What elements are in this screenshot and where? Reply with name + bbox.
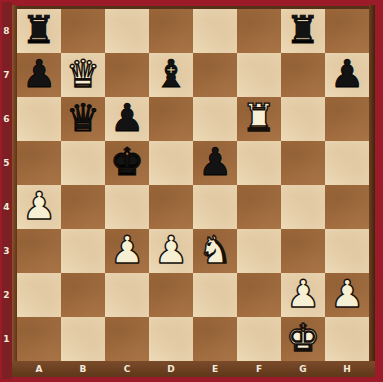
square-g1[interactable]: ♚ <box>281 317 325 361</box>
board-frame-right <box>369 5 375 377</box>
square-b4[interactable] <box>61 185 105 229</box>
square-h4[interactable] <box>325 185 369 229</box>
square-a3[interactable] <box>17 229 61 273</box>
square-f3[interactable] <box>237 229 281 273</box>
square-c2[interactable] <box>105 273 149 317</box>
piece-white-pawn: ♟ <box>330 275 364 313</box>
square-f6[interactable]: ♜ <box>237 97 281 141</box>
square-g3[interactable] <box>281 229 325 273</box>
square-f8[interactable] <box>237 9 281 53</box>
piece-black-queen: ♛ <box>66 99 100 137</box>
square-h2[interactable]: ♟ <box>325 273 369 317</box>
piece-black-rook: ♜ <box>22 11 56 49</box>
square-h3[interactable] <box>325 229 369 273</box>
piece-black-pawn: ♟ <box>330 55 364 93</box>
rank-label-6: 6 <box>0 97 13 141</box>
square-e3[interactable]: ♞ <box>193 229 237 273</box>
board-frame-top <box>12 6 375 9</box>
chess-diagram: 87654321 ♜♜♟♛♝♟♛♟♜♚♟♟♟♟♞♟♟♚ ABCDEFGH <box>0 0 383 382</box>
square-d7[interactable]: ♝ <box>149 53 193 97</box>
square-a6[interactable] <box>17 97 61 141</box>
file-label-f: F <box>237 361 281 377</box>
piece-black-pawn: ♟ <box>22 55 56 93</box>
file-label-g: G <box>281 361 325 377</box>
rank-label-4: 4 <box>0 185 13 229</box>
square-e5[interactable]: ♟ <box>193 141 237 185</box>
square-a2[interactable] <box>17 273 61 317</box>
square-c6[interactable]: ♟ <box>105 97 149 141</box>
file-label-e: E <box>193 361 237 377</box>
rank-label-3: 3 <box>0 229 13 273</box>
square-e6[interactable] <box>193 97 237 141</box>
square-b5[interactable] <box>61 141 105 185</box>
file-label-h: H <box>325 361 369 377</box>
square-e7[interactable] <box>193 53 237 97</box>
square-c5[interactable]: ♚ <box>105 141 149 185</box>
square-e1[interactable] <box>193 317 237 361</box>
file-label-c: C <box>105 361 149 377</box>
square-d8[interactable] <box>149 9 193 53</box>
file-label-a: A <box>17 361 61 377</box>
piece-white-rook: ♜ <box>242 99 276 137</box>
piece-black-pawn: ♟ <box>110 99 144 137</box>
square-a1[interactable] <box>17 317 61 361</box>
square-c3[interactable]: ♟ <box>105 229 149 273</box>
file-labels: ABCDEFGH <box>12 361 375 377</box>
square-h6[interactable] <box>325 97 369 141</box>
square-b2[interactable] <box>61 273 105 317</box>
square-f4[interactable] <box>237 185 281 229</box>
square-h7[interactable]: ♟ <box>325 53 369 97</box>
piece-white-pawn: ♟ <box>22 187 56 225</box>
square-g2[interactable]: ♟ <box>281 273 325 317</box>
piece-black-pawn: ♟ <box>198 143 232 181</box>
square-a5[interactable] <box>17 141 61 185</box>
square-f5[interactable] <box>237 141 281 185</box>
piece-white-pawn: ♟ <box>286 275 320 313</box>
square-b1[interactable] <box>61 317 105 361</box>
square-h5[interactable] <box>325 141 369 185</box>
piece-white-pawn: ♟ <box>154 231 188 269</box>
rank-label-7: 7 <box>0 53 13 97</box>
piece-black-rook: ♜ <box>286 11 320 49</box>
square-f2[interactable] <box>237 273 281 317</box>
square-a4[interactable]: ♟ <box>17 185 61 229</box>
square-b8[interactable] <box>61 9 105 53</box>
chess-board[interactable]: ♜♜♟♛♝♟♛♟♜♚♟♟♟♟♞♟♟♚ <box>17 9 369 361</box>
rank-label-8: 8 <box>0 9 13 53</box>
file-label-b: B <box>61 361 105 377</box>
square-f1[interactable] <box>237 317 281 361</box>
square-g8[interactable]: ♜ <box>281 9 325 53</box>
square-f7[interactable] <box>237 53 281 97</box>
square-g4[interactable] <box>281 185 325 229</box>
square-e2[interactable] <box>193 273 237 317</box>
square-d3[interactable]: ♟ <box>149 229 193 273</box>
square-d6[interactable] <box>149 97 193 141</box>
square-d2[interactable] <box>149 273 193 317</box>
rank-labels: 87654321 <box>0 9 13 361</box>
square-c8[interactable] <box>105 9 149 53</box>
piece-white-king: ♚ <box>286 319 320 357</box>
square-e8[interactable] <box>193 9 237 53</box>
square-b7[interactable]: ♛ <box>61 53 105 97</box>
square-g6[interactable] <box>281 97 325 141</box>
rank-label-5: 5 <box>0 141 13 185</box>
square-g5[interactable] <box>281 141 325 185</box>
piece-white-knight: ♞ <box>198 231 232 269</box>
square-c7[interactable] <box>105 53 149 97</box>
square-b3[interactable] <box>61 229 105 273</box>
piece-white-pawn: ♟ <box>110 231 144 269</box>
rank-label-1: 1 <box>0 317 13 361</box>
piece-black-bishop: ♝ <box>154 55 188 93</box>
square-c1[interactable] <box>105 317 149 361</box>
square-d5[interactable] <box>149 141 193 185</box>
square-b6[interactable]: ♛ <box>61 97 105 141</box>
piece-black-king: ♚ <box>110 143 144 181</box>
square-e4[interactable] <box>193 185 237 229</box>
square-d4[interactable] <box>149 185 193 229</box>
square-a7[interactable]: ♟ <box>17 53 61 97</box>
square-h1[interactable] <box>325 317 369 361</box>
piece-white-queen: ♛ <box>66 55 100 93</box>
rank-label-2: 2 <box>0 273 13 317</box>
square-a8[interactable]: ♜ <box>17 9 61 53</box>
file-label-d: D <box>149 361 193 377</box>
square-h8[interactable] <box>325 9 369 53</box>
square-c4[interactable] <box>105 185 149 229</box>
square-d1[interactable] <box>149 317 193 361</box>
square-g7[interactable] <box>281 53 325 97</box>
